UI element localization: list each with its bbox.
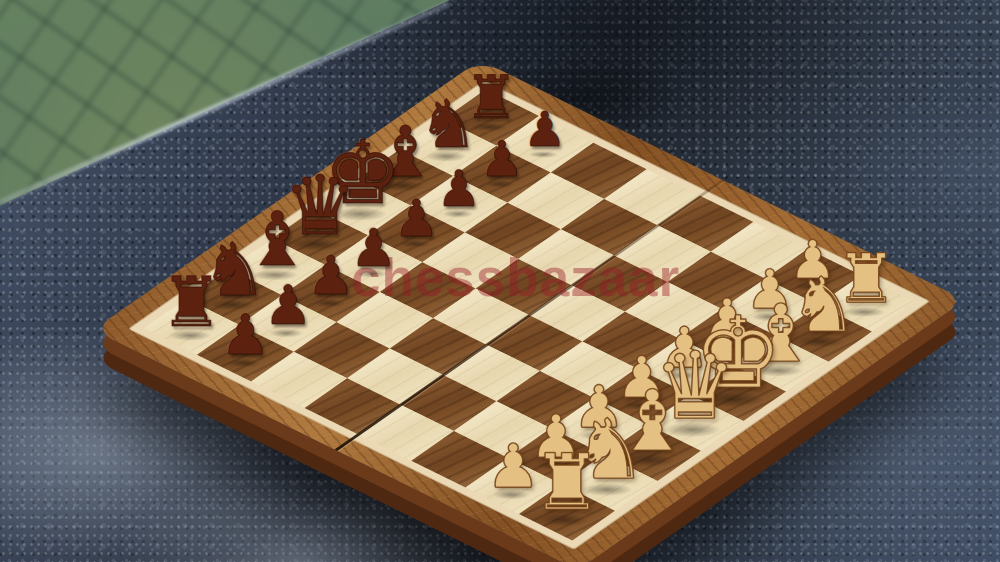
watermark-text: chessbazaar [351,247,680,308]
photo-scene: chessbazaar ♜♟♟♜♞♟♟♞♝♟♟♝♚♟♟♚♛♟♟♛♝♟♟♝♞♟♟♞… [0,0,1000,562]
